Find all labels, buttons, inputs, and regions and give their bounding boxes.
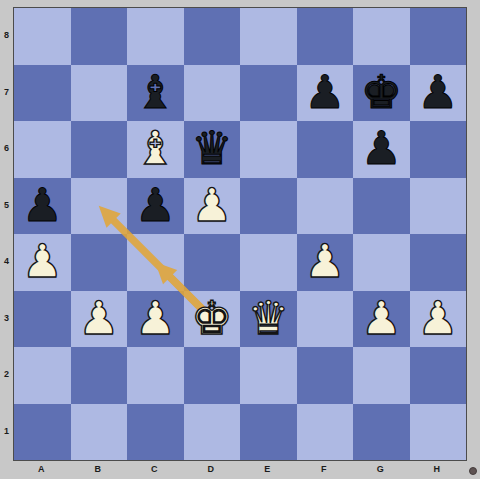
square-f2[interactable] <box>297 347 354 404</box>
rank-label-7: 7 <box>0 64 13 121</box>
file-label-f: F <box>296 460 353 477</box>
square-e6[interactable] <box>240 121 297 178</box>
square-h4[interactable] <box>410 234 467 291</box>
square-f3[interactable] <box>297 291 354 348</box>
square-a6[interactable] <box>14 121 71 178</box>
square-g2[interactable] <box>353 347 410 404</box>
square-b1[interactable] <box>71 404 128 461</box>
chess-board-window: ♝♟♚♟♝♛♟♟♟♟♟♟♟♟♚♛♟♟ 87654321 ABCDEFGH <box>0 0 480 479</box>
square-b4[interactable] <box>71 234 128 291</box>
square-f6[interactable] <box>297 121 354 178</box>
square-h7[interactable]: ♟ <box>410 65 467 122</box>
file-label-a: A <box>13 460 70 477</box>
black-king[interactable]: ♚ <box>361 69 402 115</box>
square-c1[interactable] <box>127 404 184 461</box>
white-pawn[interactable]: ♟ <box>22 238 63 284</box>
square-d7[interactable] <box>184 65 241 122</box>
square-h5[interactable] <box>410 178 467 235</box>
square-f8[interactable] <box>297 8 354 65</box>
square-b5[interactable] <box>71 178 128 235</box>
square-c8[interactable] <box>127 8 184 65</box>
black-bishop[interactable]: ♝ <box>135 69 176 115</box>
square-h2[interactable] <box>410 347 467 404</box>
white-pawn[interactable]: ♟ <box>417 295 458 341</box>
white-pawn[interactable]: ♟ <box>361 295 402 341</box>
square-f7[interactable]: ♟ <box>297 65 354 122</box>
square-b8[interactable] <box>71 8 128 65</box>
chess-board: ♝♟♚♟♝♛♟♟♟♟♟♟♟♟♚♛♟♟ <box>13 7 467 461</box>
rank-label-5: 5 <box>0 177 13 234</box>
square-e4[interactable] <box>240 234 297 291</box>
square-g3[interactable]: ♟ <box>353 291 410 348</box>
square-c3[interactable]: ♟ <box>127 291 184 348</box>
rank-label-8: 8 <box>0 7 13 64</box>
square-f5[interactable] <box>297 178 354 235</box>
file-label-b: B <box>70 460 127 477</box>
white-queen[interactable]: ♛ <box>248 295 289 341</box>
square-b2[interactable] <box>71 347 128 404</box>
square-c2[interactable] <box>127 347 184 404</box>
rank-label-4: 4 <box>0 233 13 290</box>
square-b3[interactable]: ♟ <box>71 291 128 348</box>
square-c5[interactable]: ♟ <box>127 178 184 235</box>
white-pawn[interactable]: ♟ <box>304 238 345 284</box>
square-b6[interactable] <box>71 121 128 178</box>
white-pawn[interactable]: ♟ <box>78 295 119 341</box>
square-c7[interactable]: ♝ <box>127 65 184 122</box>
rank-label-6: 6 <box>0 120 13 177</box>
square-a4[interactable]: ♟ <box>14 234 71 291</box>
square-g6[interactable]: ♟ <box>353 121 410 178</box>
corner-grip-icon[interactable] <box>469 467 477 475</box>
black-pawn[interactable]: ♟ <box>135 182 176 228</box>
square-d6[interactable]: ♛ <box>184 121 241 178</box>
square-f4[interactable]: ♟ <box>297 234 354 291</box>
square-f1[interactable] <box>297 404 354 461</box>
square-a7[interactable] <box>14 65 71 122</box>
rank-label-1: 1 <box>0 403 13 460</box>
black-pawn[interactable]: ♟ <box>361 125 402 171</box>
square-g1[interactable] <box>353 404 410 461</box>
square-a1[interactable] <box>14 404 71 461</box>
square-a5[interactable]: ♟ <box>14 178 71 235</box>
square-h6[interactable] <box>410 121 467 178</box>
square-c6[interactable]: ♝ <box>127 121 184 178</box>
file-label-e: E <box>239 460 296 477</box>
square-b7[interactable] <box>71 65 128 122</box>
square-e8[interactable] <box>240 8 297 65</box>
square-g8[interactable] <box>353 8 410 65</box>
white-king[interactable]: ♚ <box>191 295 232 341</box>
white-bishop[interactable]: ♝ <box>135 125 176 171</box>
square-g7[interactable]: ♚ <box>353 65 410 122</box>
square-h1[interactable] <box>410 404 467 461</box>
black-pawn[interactable]: ♟ <box>22 182 63 228</box>
square-e2[interactable] <box>240 347 297 404</box>
square-d8[interactable] <box>184 8 241 65</box>
square-g4[interactable] <box>353 234 410 291</box>
file-label-g: G <box>352 460 409 477</box>
square-e5[interactable] <box>240 178 297 235</box>
square-e7[interactable] <box>240 65 297 122</box>
square-c4[interactable] <box>127 234 184 291</box>
black-pawn[interactable]: ♟ <box>417 69 458 115</box>
file-label-h: H <box>409 460 466 477</box>
file-label-c: C <box>126 460 183 477</box>
rank-label-2: 2 <box>0 346 13 403</box>
black-pawn[interactable]: ♟ <box>304 69 345 115</box>
square-d1[interactable] <box>184 404 241 461</box>
square-a8[interactable] <box>14 8 71 65</box>
square-h3[interactable]: ♟ <box>410 291 467 348</box>
square-d2[interactable] <box>184 347 241 404</box>
square-h8[interactable] <box>410 8 467 65</box>
square-a2[interactable] <box>14 347 71 404</box>
square-d4[interactable] <box>184 234 241 291</box>
file-label-d: D <box>183 460 240 477</box>
square-a3[interactable] <box>14 291 71 348</box>
square-e1[interactable] <box>240 404 297 461</box>
square-d3[interactable]: ♚ <box>184 291 241 348</box>
square-d5[interactable]: ♟ <box>184 178 241 235</box>
black-queen[interactable]: ♛ <box>191 125 232 171</box>
square-g5[interactable] <box>353 178 410 235</box>
white-pawn[interactable]: ♟ <box>191 182 232 228</box>
square-e3[interactable]: ♛ <box>240 291 297 348</box>
white-pawn[interactable]: ♟ <box>135 295 176 341</box>
rank-label-3: 3 <box>0 290 13 347</box>
